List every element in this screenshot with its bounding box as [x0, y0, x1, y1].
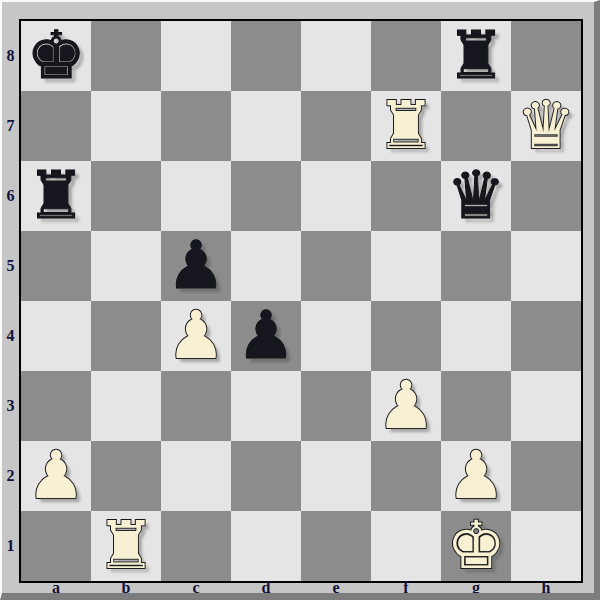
- square-h3[interactable]: [511, 371, 581, 441]
- piece-white-pawn: ♟: [26, 443, 85, 509]
- square-g4[interactable]: [441, 301, 511, 371]
- piece-black-pawn: ♟: [236, 303, 295, 369]
- square-g3[interactable]: [441, 371, 511, 441]
- square-h4[interactable]: [511, 301, 581, 371]
- square-g5[interactable]: [441, 231, 511, 301]
- square-c3[interactable]: [161, 371, 231, 441]
- square-f5[interactable]: [371, 231, 441, 301]
- piece-black-pawn: ♟: [166, 233, 225, 299]
- square-g1[interactable]: ♚: [441, 511, 511, 581]
- piece-black-queen: ♛: [446, 163, 505, 229]
- square-g8[interactable]: ♜: [441, 21, 511, 91]
- square-g7[interactable]: [441, 91, 511, 161]
- file-label-e: e: [301, 581, 371, 595]
- piece-black-rook: ♜: [26, 163, 85, 229]
- square-a1[interactable]: [21, 511, 91, 581]
- square-h2[interactable]: [511, 441, 581, 511]
- file-label-b: b: [91, 581, 161, 595]
- square-a5[interactable]: [21, 231, 91, 301]
- square-h7[interactable]: ♛: [511, 91, 581, 161]
- board-frame: ♚♜♜♛♜♛♟♟♟♟♟♟♜♚ 87654321abcdefgh: [0, 0, 600, 600]
- square-g6[interactable]: ♛: [441, 161, 511, 231]
- square-c6[interactable]: [161, 161, 231, 231]
- square-e4[interactable]: [301, 301, 371, 371]
- rank-label-5: 5: [2, 231, 19, 301]
- square-b1[interactable]: ♜: [91, 511, 161, 581]
- square-b2[interactable]: [91, 441, 161, 511]
- square-e7[interactable]: [301, 91, 371, 161]
- file-label-a: a: [21, 581, 91, 595]
- piece-black-rook: ♜: [446, 23, 505, 89]
- square-a6[interactable]: ♜: [21, 161, 91, 231]
- square-d3[interactable]: [231, 371, 301, 441]
- square-d7[interactable]: [231, 91, 301, 161]
- square-d1[interactable]: [231, 511, 301, 581]
- square-d4[interactable]: ♟: [231, 301, 301, 371]
- square-e8[interactable]: [301, 21, 371, 91]
- file-label-d: d: [231, 581, 301, 595]
- square-a2[interactable]: ♟: [21, 441, 91, 511]
- square-d8[interactable]: [231, 21, 301, 91]
- rank-label-2: 2: [2, 441, 19, 511]
- square-f6[interactable]: [371, 161, 441, 231]
- square-h5[interactable]: [511, 231, 581, 301]
- square-a3[interactable]: [21, 371, 91, 441]
- piece-white-queen: ♛: [516, 93, 575, 159]
- square-c8[interactable]: [161, 21, 231, 91]
- piece-black-king: ♚: [26, 23, 85, 89]
- piece-white-pawn: ♟: [446, 443, 505, 509]
- file-label-c: c: [161, 581, 231, 595]
- square-c5[interactable]: ♟: [161, 231, 231, 301]
- file-label-h: h: [511, 581, 581, 595]
- square-f3[interactable]: ♟: [371, 371, 441, 441]
- piece-white-rook: ♜: [96, 513, 155, 579]
- square-e1[interactable]: [301, 511, 371, 581]
- square-b7[interactable]: [91, 91, 161, 161]
- file-label-g: g: [441, 581, 511, 595]
- square-b3[interactable]: [91, 371, 161, 441]
- square-f8[interactable]: [371, 21, 441, 91]
- square-a7[interactable]: [21, 91, 91, 161]
- piece-white-rook: ♜: [376, 93, 435, 159]
- square-b5[interactable]: [91, 231, 161, 301]
- piece-white-king: ♚: [446, 513, 505, 579]
- square-a8[interactable]: ♚: [21, 21, 91, 91]
- piece-white-pawn: ♟: [376, 373, 435, 439]
- square-a4[interactable]: [21, 301, 91, 371]
- square-f2[interactable]: [371, 441, 441, 511]
- square-d2[interactable]: [231, 441, 301, 511]
- square-c1[interactable]: [161, 511, 231, 581]
- chess-board: ♚♜♜♛♜♛♟♟♟♟♟♟♜♚: [19, 19, 583, 583]
- square-f4[interactable]: [371, 301, 441, 371]
- square-c7[interactable]: [161, 91, 231, 161]
- square-c2[interactable]: [161, 441, 231, 511]
- rank-label-3: 3: [2, 371, 19, 441]
- square-e6[interactable]: [301, 161, 371, 231]
- rank-label-8: 8: [2, 21, 19, 91]
- square-e2[interactable]: [301, 441, 371, 511]
- square-f1[interactable]: [371, 511, 441, 581]
- square-g2[interactable]: ♟: [441, 441, 511, 511]
- file-label-f: f: [371, 581, 441, 595]
- square-b6[interactable]: [91, 161, 161, 231]
- square-b4[interactable]: [91, 301, 161, 371]
- square-h8[interactable]: [511, 21, 581, 91]
- rank-label-7: 7: [2, 91, 19, 161]
- square-h1[interactable]: [511, 511, 581, 581]
- square-f7[interactable]: ♜: [371, 91, 441, 161]
- square-d6[interactable]: [231, 161, 301, 231]
- square-b8[interactable]: [91, 21, 161, 91]
- square-h6[interactable]: [511, 161, 581, 231]
- rank-label-6: 6: [2, 161, 19, 231]
- rank-label-4: 4: [2, 301, 19, 371]
- square-c4[interactable]: ♟: [161, 301, 231, 371]
- rank-label-1: 1: [2, 511, 19, 581]
- piece-white-pawn: ♟: [166, 303, 225, 369]
- square-d5[interactable]: [231, 231, 301, 301]
- square-e3[interactable]: [301, 371, 371, 441]
- square-e5[interactable]: [301, 231, 371, 301]
